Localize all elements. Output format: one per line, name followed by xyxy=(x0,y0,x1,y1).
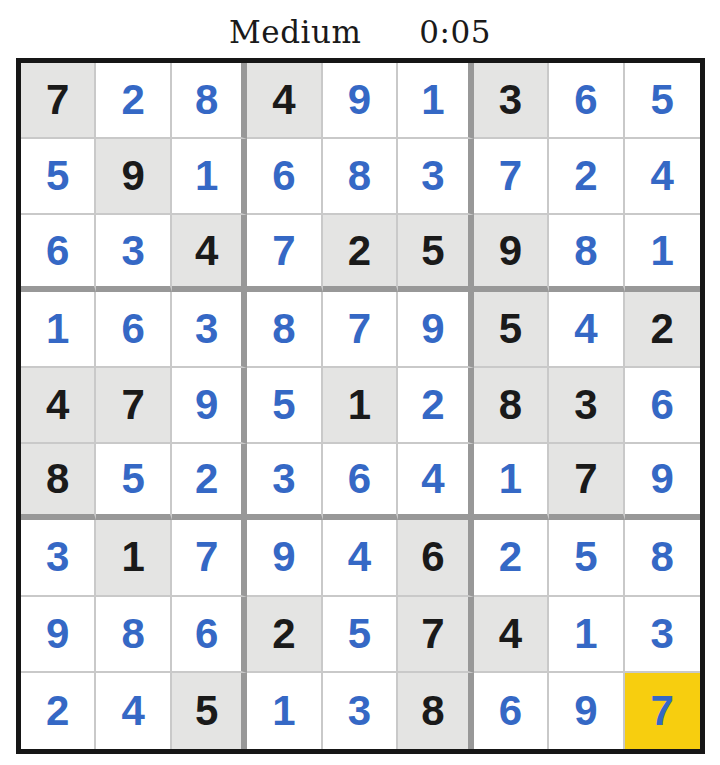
cell-r5c2[interactable]: 7 xyxy=(96,368,171,444)
cell-r1c7[interactable]: 3 xyxy=(474,63,549,139)
difficulty-label: Medium xyxy=(229,14,361,50)
cell-r2c3[interactable]: 1 xyxy=(172,139,247,215)
cell-r7c1[interactable]: 3 xyxy=(21,520,96,596)
cell-r5c3[interactable]: 9 xyxy=(172,368,247,444)
cell-r1c4[interactable]: 4 xyxy=(247,63,322,139)
cell-r8c6[interactable]: 7 xyxy=(398,597,473,673)
cell-r9c8[interactable]: 9 xyxy=(549,673,624,749)
cell-r2c7[interactable]: 7 xyxy=(474,139,549,215)
cell-r4c4[interactable]: 8 xyxy=(247,292,322,368)
cell-r9c2[interactable]: 4 xyxy=(96,673,171,749)
cell-r5c4[interactable]: 5 xyxy=(247,368,322,444)
cell-r5c9[interactable]: 6 xyxy=(625,368,700,444)
cell-r6c1[interactable]: 8 xyxy=(21,444,96,520)
cell-r3c7[interactable]: 9 xyxy=(474,215,549,291)
cell-r1c6[interactable]: 1 xyxy=(398,63,473,139)
cell-r3c8[interactable]: 8 xyxy=(549,215,624,291)
cell-r4c3[interactable]: 3 xyxy=(172,292,247,368)
cell-r9c3[interactable]: 5 xyxy=(172,673,247,749)
cell-r2c8[interactable]: 2 xyxy=(549,139,624,215)
cell-r6c4[interactable]: 3 xyxy=(247,444,322,520)
cell-r2c1[interactable]: 5 xyxy=(21,139,96,215)
cell-r5c6[interactable]: 2 xyxy=(398,368,473,444)
cell-r4c9[interactable]: 2 xyxy=(625,292,700,368)
cell-r2c4[interactable]: 6 xyxy=(247,139,322,215)
cell-r1c3[interactable]: 8 xyxy=(172,63,247,139)
cell-r4c2[interactable]: 6 xyxy=(96,292,171,368)
cell-r2c6[interactable]: 3 xyxy=(398,139,473,215)
cell-r8c7[interactable]: 4 xyxy=(474,597,549,673)
cell-r7c7[interactable]: 2 xyxy=(474,520,549,596)
cell-r8c1[interactable]: 9 xyxy=(21,597,96,673)
cell-r3c5[interactable]: 2 xyxy=(323,215,398,291)
cell-r1c8[interactable]: 6 xyxy=(549,63,624,139)
cell-r6c6[interactable]: 4 xyxy=(398,444,473,520)
cell-r7c4[interactable]: 9 xyxy=(247,520,322,596)
cell-r8c4[interactable]: 2 xyxy=(247,597,322,673)
cell-r3c3[interactable]: 4 xyxy=(172,215,247,291)
cell-r6c8[interactable]: 7 xyxy=(549,444,624,520)
cell-r6c2[interactable]: 5 xyxy=(96,444,171,520)
cell-r9c5[interactable]: 3 xyxy=(323,673,398,749)
cell-r7c2[interactable]: 1 xyxy=(96,520,171,596)
cell-r6c9[interactable]: 9 xyxy=(625,444,700,520)
cell-r3c4[interactable]: 7 xyxy=(247,215,322,291)
cell-r8c3[interactable]: 6 xyxy=(172,597,247,673)
cell-r6c3[interactable]: 2 xyxy=(172,444,247,520)
cell-r4c7[interactable]: 5 xyxy=(474,292,549,368)
cell-r6c5[interactable]: 6 xyxy=(323,444,398,520)
cell-r5c8[interactable]: 3 xyxy=(549,368,624,444)
cell-r8c5[interactable]: 5 xyxy=(323,597,398,673)
cell-r1c1[interactable]: 7 xyxy=(21,63,96,139)
cell-r7c8[interactable]: 5 xyxy=(549,520,624,596)
cell-r5c5[interactable]: 1 xyxy=(323,368,398,444)
cell-r1c9[interactable]: 5 xyxy=(625,63,700,139)
cell-r3c1[interactable]: 6 xyxy=(21,215,96,291)
cell-r3c9[interactable]: 1 xyxy=(625,215,700,291)
cell-r2c9[interactable]: 4 xyxy=(625,139,700,215)
cell-r7c6[interactable]: 6 xyxy=(398,520,473,596)
puzzle-header: Medium 0:05 xyxy=(0,0,720,58)
cell-r8c8[interactable]: 1 xyxy=(549,597,624,673)
cell-r9c6[interactable]: 8 xyxy=(398,673,473,749)
cell-r5c7[interactable]: 8 xyxy=(474,368,549,444)
cell-r2c5[interactable]: 8 xyxy=(323,139,398,215)
cell-r5c1[interactable]: 4 xyxy=(21,368,96,444)
cell-r6c7[interactable]: 1 xyxy=(474,444,549,520)
cell-r9c4[interactable]: 1 xyxy=(247,673,322,749)
cell-r7c3[interactable]: 7 xyxy=(172,520,247,596)
cell-r4c8[interactable]: 4 xyxy=(549,292,624,368)
cell-r2c2[interactable]: 9 xyxy=(96,139,171,215)
cell-r3c6[interactable]: 5 xyxy=(398,215,473,291)
cell-r1c2[interactable]: 2 xyxy=(96,63,171,139)
cell-r7c9[interactable]: 8 xyxy=(625,520,700,596)
cell-r9c9[interactable]: 7 xyxy=(625,673,700,749)
cell-r9c1[interactable]: 2 xyxy=(21,673,96,749)
cell-r9c7[interactable]: 6 xyxy=(474,673,549,749)
cell-r1c5[interactable]: 9 xyxy=(323,63,398,139)
cell-r4c1[interactable]: 1 xyxy=(21,292,96,368)
timer: 0:05 xyxy=(419,14,491,50)
cell-r3c2[interactable]: 3 xyxy=(96,215,171,291)
sudoku-board: 7284913655916837246347259811638795424795… xyxy=(16,58,705,754)
cell-r8c9[interactable]: 3 xyxy=(625,597,700,673)
cell-r4c6[interactable]: 9 xyxy=(398,292,473,368)
cell-r4c5[interactable]: 7 xyxy=(323,292,398,368)
cell-r7c5[interactable]: 4 xyxy=(323,520,398,596)
cell-r8c2[interactable]: 8 xyxy=(96,597,171,673)
